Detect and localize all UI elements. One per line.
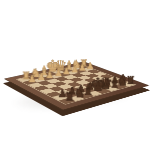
piece-black-rook[interactable]: ♜ — [65, 90, 76, 102]
chess-set-photo: ♜♞♝♚♛♝♞♜♟♟♟♟♟♟♟♟♟♟♟♟♟♟♟♟♜♞♝♚♛♝♞♜ — [0, 0, 150, 150]
piece-black-knight[interactable]: ♞ — [73, 86, 85, 99]
piece-white-pawn[interactable]: ♟ — [37, 72, 46, 81]
piece-white-pawn[interactable]: ♟ — [46, 70, 54, 79]
piece-white-pawn[interactable]: ♟ — [62, 67, 70, 76]
piece-white-pawn[interactable]: ♟ — [71, 65, 79, 74]
piece-white-pawn[interactable]: ♟ — [78, 63, 86, 72]
piece-white-pawn[interactable]: ♟ — [28, 74, 37, 84]
piece-white-pawn[interactable]: ♟ — [54, 68, 62, 77]
piece-white-pawn[interactable]: ♟ — [86, 61, 94, 70]
